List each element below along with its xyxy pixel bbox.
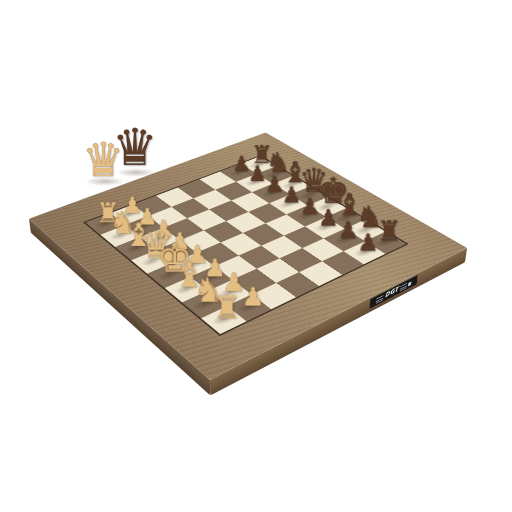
white-rook-h1[interactable]: ♜ bbox=[211, 292, 244, 323]
black-pawn-h7[interactable]: ♟ bbox=[354, 231, 383, 255]
plate-fine-print-left bbox=[376, 295, 384, 304]
spare-black-queen[interactable]: ♛ bbox=[112, 122, 158, 173]
scene: DGT ♜♟♟♜♞♟♟♞♝♟♟♝♛♟♟♛♚♟♟♚♝♟♟♝♞♟♟♞♜♟♟♜ bbox=[0, 0, 512, 512]
plate-mark bbox=[408, 281, 411, 286]
plate-fine-print-right bbox=[400, 283, 407, 292]
chess-product-photo: ♛ ♛ DGT ♜♟♟♜♞♟♟♞♝♟♟♝♛♟♟♛♚♟♟♚♝♟♟♝♞♟♟♞♜♟♟♜ bbox=[0, 0, 512, 512]
dgt-logo: DGT bbox=[385, 287, 399, 300]
dgt-label-plate: DGT bbox=[369, 275, 418, 309]
